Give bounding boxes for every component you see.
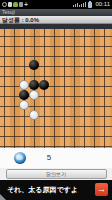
black-stone: [19, 90, 29, 100]
achievement-label: 달성률 : 0.0%: [2, 16, 39, 24]
circle-icon: [2, 2, 7, 7]
view-answer-button[interactable]: 답안보기: [6, 169, 107, 179]
ad-text: それ、太る原因ですよ: [7, 180, 78, 200]
black-stone: [29, 60, 39, 70]
ad-banner[interactable]: それ、太る原因ですよ →: [0, 180, 112, 200]
problem-counter: 5: [0, 148, 98, 168]
plus-icon: +: [24, 2, 28, 7]
usb-icon: [19, 2, 23, 7]
battery-icon: [88, 2, 92, 8]
android-icon: [13, 2, 18, 7]
achievement-bar: 달성률 : 0.0%: [0, 16, 112, 24]
white-stone: [19, 80, 29, 90]
app-screen: + 00:11 Tesuji 달성률 : 0.0% 5 답안보기 それ、太る原因…: [0, 0, 112, 200]
network-bars-icon: [79, 2, 86, 7]
ad-corner-notch: [0, 194, 6, 200]
black-stone: [39, 80, 49, 90]
answer-row: 답안보기: [0, 168, 112, 180]
clock-text: 00:11: [95, 0, 110, 9]
black-stone: [29, 80, 39, 90]
board-top-edge: [0, 24, 112, 29]
sdcard-icon: [8, 2, 12, 7]
signal-bars-icon: [73, 3, 78, 7]
white-stone: [29, 110, 39, 120]
white-stone: [19, 100, 29, 110]
ad-arrow-button[interactable]: →: [95, 183, 108, 196]
counter-row: 5: [0, 148, 112, 168]
white-stone: [29, 90, 39, 100]
goban[interactable]: [0, 24, 112, 148]
status-bar: + 00:11: [0, 0, 112, 9]
